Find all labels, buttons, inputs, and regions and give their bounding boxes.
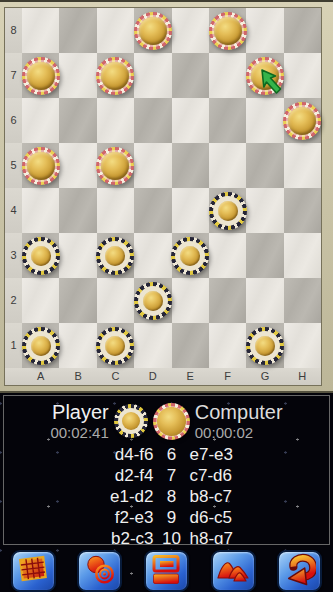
player-move: d4-f6 — [14, 444, 154, 465]
square-g8[interactable] — [246, 8, 283, 53]
move-row: d2-f47c7-d6 — [14, 465, 329, 486]
file-label-D: D — [134, 368, 171, 385]
toolbar — [0, 547, 333, 592]
move-number: 10 — [154, 528, 190, 545]
square-g4[interactable] — [246, 188, 283, 233]
move-number: 7 — [154, 465, 190, 486]
square-e4[interactable] — [172, 188, 209, 233]
rank-label-6: 6 — [5, 98, 22, 143]
red-piece-a7[interactable] — [22, 57, 60, 95]
player-move: d2-f4 — [14, 465, 154, 486]
square-e2[interactable] — [172, 278, 209, 323]
square-g1[interactable] — [246, 323, 283, 368]
square-f1[interactable] — [209, 323, 246, 368]
square-a4[interactable] — [22, 188, 59, 233]
grid-icon — [18, 555, 48, 586]
undo-button[interactable] — [277, 550, 322, 592]
square-f4[interactable] — [209, 188, 246, 233]
red-piece-c7[interactable] — [96, 57, 134, 95]
last-move-arrow-icon — [259, 68, 285, 96]
navy-piece-e3[interactable] — [171, 237, 209, 275]
board-grid-button[interactable] — [11, 550, 56, 592]
computer-clock: 00:00:02 — [195, 425, 253, 441]
square-c4[interactable] — [97, 188, 134, 233]
computer-move: e7-e3 — [190, 444, 330, 465]
red-piece-h6[interactable] — [283, 102, 321, 140]
square-h5[interactable] — [284, 143, 321, 188]
square-d2[interactable] — [134, 278, 171, 323]
square-f7[interactable] — [209, 53, 246, 98]
move-number: 8 — [154, 486, 190, 507]
square-h8[interactable] — [284, 8, 321, 53]
rank-label-1: 1 — [5, 323, 22, 368]
navy-piece-a3[interactable] — [22, 237, 60, 275]
rank-label-2: 2 — [5, 278, 22, 323]
square-e1[interactable] — [172, 323, 209, 368]
square-b1[interactable] — [59, 323, 96, 368]
square-h1[interactable] — [284, 323, 321, 368]
window-icon — [152, 554, 180, 587]
navy-piece-f4[interactable] — [209, 192, 247, 230]
square-a8[interactable] — [22, 8, 59, 53]
square-h6[interactable] — [284, 98, 321, 143]
computer-move: d6-c5 — [190, 507, 330, 528]
square-g3[interactable] — [246, 233, 283, 278]
file-label-A: A — [22, 368, 59, 385]
square-c6[interactable] — [97, 98, 134, 143]
square-f2[interactable] — [209, 278, 246, 323]
computer-move: h8-g7 — [190, 528, 330, 545]
rank-label-4: 4 — [5, 188, 22, 233]
square-d4[interactable] — [134, 188, 171, 233]
navy-piece-c3[interactable] — [96, 237, 134, 275]
computer-chip-icon — [153, 403, 190, 440]
bottom-panel: Player 00:02:41 Computer 00:00:02 d4-f66… — [0, 395, 333, 592]
square-c1[interactable] — [97, 323, 134, 368]
square-d6[interactable] — [134, 98, 171, 143]
square-b7[interactable] — [59, 53, 96, 98]
player-move: b2-c3 — [14, 528, 154, 545]
rank-label-3: 3 — [5, 233, 22, 278]
board-frame: 87654321ABCDEFGH — [0, 0, 333, 393]
square-h2[interactable] — [284, 278, 321, 323]
navy-piece-a1[interactable] — [22, 327, 60, 365]
square-b8[interactable] — [59, 8, 96, 53]
move-number: 9 — [154, 507, 190, 528]
rank-label-5: 5 — [5, 143, 22, 188]
corner-label — [5, 368, 22, 385]
rank-label-8: 8 — [5, 8, 22, 53]
square-d7[interactable] — [134, 53, 171, 98]
square-e8[interactable] — [172, 8, 209, 53]
player-move: e1-d2 — [14, 486, 154, 507]
square-c3[interactable] — [97, 233, 134, 278]
square-c2[interactable] — [97, 278, 134, 323]
red-piece-f8[interactable] — [209, 12, 247, 50]
square-f5[interactable] — [209, 143, 246, 188]
navy-piece-d2[interactable] — [134, 282, 172, 320]
square-f3[interactable] — [209, 233, 246, 278]
checkers-app: 87654321ABCDEFGH Player 00:02:41 Compute… — [0, 0, 333, 592]
square-e6[interactable] — [172, 98, 209, 143]
square-h7[interactable] — [284, 53, 321, 98]
move-number: 6 — [154, 444, 190, 465]
square-d8[interactable] — [134, 8, 171, 53]
checkers-board: 87654321ABCDEFGH — [5, 8, 321, 385]
square-b6[interactable] — [59, 98, 96, 143]
square-d3[interactable] — [134, 233, 171, 278]
computer-label: Computer — [195, 402, 283, 423]
computer-block: Computer 00:00:02 — [195, 402, 283, 441]
square-f8[interactable] — [209, 8, 246, 53]
square-g7[interactable] — [246, 53, 283, 98]
file-label-F: F — [209, 368, 246, 385]
file-label-E: E — [172, 368, 209, 385]
player-label: Player — [52, 402, 109, 423]
square-b4[interactable] — [59, 188, 96, 233]
player-clock: 00:02:41 — [50, 425, 108, 441]
square-a3[interactable] — [22, 233, 59, 278]
move-row: b2-c310h8-g7 — [14, 528, 329, 545]
move-row: e1-d28b8-c7 — [14, 486, 329, 507]
square-g6[interactable] — [246, 98, 283, 143]
square-c8[interactable] — [97, 8, 134, 53]
navy-piece-g1[interactable] — [246, 327, 284, 365]
red-piece-d8[interactable] — [134, 12, 172, 50]
players-header: Player 00:02:41 Computer 00:00:02 — [4, 396, 329, 443]
square-e5[interactable] — [172, 143, 209, 188]
move-list[interactable]: d4-f66e7-e3d2-f47c7-d6e1-d28b8-c7f2-e39d… — [4, 443, 329, 545]
square-a7[interactable] — [22, 53, 59, 98]
square-b3[interactable] — [59, 233, 96, 278]
rank-label-7: 7 — [5, 53, 22, 98]
square-h4[interactable] — [284, 188, 321, 233]
square-f6[interactable] — [209, 98, 246, 143]
file-label-B: B — [59, 368, 96, 385]
pieces-button[interactable] — [77, 550, 122, 592]
chips-icon — [85, 554, 115, 587]
square-c7[interactable] — [97, 53, 134, 98]
square-e3[interactable] — [172, 233, 209, 278]
player-move: f2-e3 — [14, 507, 154, 528]
computer-move: c7-d6 — [190, 465, 330, 486]
red-piece-a5[interactable] — [22, 147, 60, 185]
player-chip-icon — [114, 404, 148, 438]
move-row: f2-e39d6-c5 — [14, 507, 329, 528]
square-b5[interactable] — [59, 143, 96, 188]
computer-move: b8-c7 — [190, 486, 330, 507]
square-d1[interactable] — [134, 323, 171, 368]
square-a2[interactable] — [22, 278, 59, 323]
square-a1[interactable] — [22, 323, 59, 368]
square-h3[interactable] — [284, 233, 321, 278]
square-a6[interactable] — [22, 98, 59, 143]
position-button[interactable] — [144, 550, 189, 592]
navy-piece-c1[interactable] — [96, 327, 134, 365]
level-button[interactable] — [211, 550, 256, 592]
square-b2[interactable] — [59, 278, 96, 323]
file-label-H: H — [284, 368, 321, 385]
move-row: d4-f66e7-e3 — [14, 444, 329, 465]
square-a5[interactable] — [22, 143, 59, 188]
move-panel: Player 00:02:41 Computer 00:00:02 d4-f66… — [3, 395, 330, 545]
red-piece-c5[interactable] — [96, 147, 134, 185]
square-g2[interactable] — [246, 278, 283, 323]
undo-arrow-icon — [284, 553, 316, 589]
mountains-icon — [217, 556, 249, 586]
file-label-C: C — [97, 368, 134, 385]
square-e7[interactable] — [172, 53, 209, 98]
square-c5[interactable] — [97, 143, 134, 188]
square-d5[interactable] — [134, 143, 171, 188]
player-block: Player 00:02:41 — [50, 402, 108, 441]
file-label-G: G — [246, 368, 283, 385]
square-g5[interactable] — [246, 143, 283, 188]
